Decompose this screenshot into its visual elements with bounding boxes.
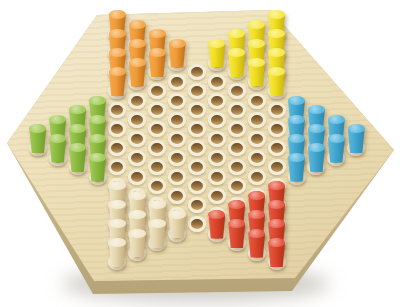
board-hole[interactable] xyxy=(228,159,246,175)
board-hole[interactable] xyxy=(148,102,166,118)
board-hole[interactable] xyxy=(148,178,166,194)
board-hole[interactable] xyxy=(148,121,166,137)
peg-top-face xyxy=(129,20,146,29)
peg-red[interactable] xyxy=(248,229,265,258)
peg-top-face xyxy=(149,48,166,57)
peg-natural[interactable] xyxy=(169,210,186,239)
peg-top-face xyxy=(109,181,126,190)
board-hole[interactable] xyxy=(248,131,266,147)
board-hole[interactable] xyxy=(128,93,146,109)
peg-top-face xyxy=(69,124,86,133)
peg-top-face xyxy=(248,229,265,238)
peg-yellow[interactable] xyxy=(268,67,285,96)
board-hole[interactable] xyxy=(108,140,126,156)
board-hole[interactable] xyxy=(248,112,266,128)
peg-blue[interactable] xyxy=(308,143,325,172)
peg-orange[interactable] xyxy=(109,67,126,96)
board-hole[interactable] xyxy=(208,74,226,90)
board-hole[interactable] xyxy=(108,102,126,118)
peg-top-face xyxy=(328,134,345,143)
peg-top-face xyxy=(89,153,106,162)
board-hole[interactable] xyxy=(228,121,246,137)
peg-top-face xyxy=(169,210,186,219)
board-hole[interactable] xyxy=(168,188,186,204)
peg-red[interactable] xyxy=(208,210,225,239)
peg-green[interactable] xyxy=(69,143,86,172)
board-hole[interactable] xyxy=(188,197,206,213)
peg-top-face xyxy=(69,143,86,152)
board-hole[interactable] xyxy=(268,121,286,137)
peg-top-face xyxy=(129,210,146,219)
board-hole[interactable] xyxy=(268,159,286,175)
board-hole[interactable] xyxy=(148,159,166,175)
peg-top-face xyxy=(109,67,126,76)
peg-top-face xyxy=(129,58,146,67)
peg-top-face xyxy=(149,219,166,228)
board-hole[interactable] xyxy=(268,140,286,156)
board-hole[interactable] xyxy=(208,131,226,147)
peg-top-face xyxy=(169,39,186,48)
peg-top-face xyxy=(268,181,285,190)
board-hole[interactable] xyxy=(228,178,246,194)
peg-top-face xyxy=(288,153,305,162)
board-hole[interactable] xyxy=(168,131,186,147)
board-hole[interactable] xyxy=(168,74,186,90)
board-hole[interactable] xyxy=(108,159,126,175)
peg-top-face xyxy=(49,115,66,124)
peg-natural[interactable] xyxy=(109,238,126,267)
peg-top-face xyxy=(89,96,106,105)
peg-top-face xyxy=(129,229,146,238)
peg-top-face xyxy=(109,200,126,209)
peg-top-face xyxy=(288,115,305,124)
board-hole[interactable] xyxy=(208,150,226,166)
peg-top-face xyxy=(109,29,126,38)
peg-green[interactable] xyxy=(49,134,66,163)
board-hole[interactable] xyxy=(188,83,206,99)
peg-natural[interactable] xyxy=(129,229,146,258)
peg-top-face xyxy=(129,39,146,48)
peg-top-face xyxy=(288,134,305,143)
board-hole[interactable] xyxy=(188,102,206,118)
peg-top-face xyxy=(248,39,265,48)
peg-top-face xyxy=(288,96,305,105)
peg-green[interactable] xyxy=(89,153,106,182)
board-cells xyxy=(0,0,400,307)
peg-red[interactable] xyxy=(268,238,285,267)
peg-green[interactable] xyxy=(29,124,46,153)
peg-top-face xyxy=(208,39,225,48)
peg-top-face xyxy=(89,134,106,143)
board-hole[interactable] xyxy=(208,169,226,185)
peg-top-face xyxy=(149,29,166,38)
peg-top-face xyxy=(89,115,106,124)
peg-top-face xyxy=(208,210,225,219)
peg-top-face xyxy=(49,134,66,143)
peg-top-face xyxy=(129,191,146,200)
board-hole[interactable] xyxy=(228,140,246,156)
board-hole[interactable] xyxy=(128,112,146,128)
peg-top-face xyxy=(268,10,285,19)
peg-top-face xyxy=(268,238,285,247)
peg-top-face xyxy=(69,105,86,114)
board-hole[interactable] xyxy=(168,150,186,166)
peg-top-face xyxy=(109,238,126,247)
board-hole[interactable] xyxy=(168,112,186,128)
board-hole[interactable] xyxy=(128,131,146,147)
peg-top-face xyxy=(268,67,285,76)
board-hole[interactable] xyxy=(228,83,246,99)
peg-blue[interactable] xyxy=(328,134,345,163)
board-hole[interactable] xyxy=(188,64,206,80)
peg-top-face xyxy=(268,29,285,38)
board-hole[interactable] xyxy=(188,121,206,137)
peg-orange[interactable] xyxy=(129,58,146,87)
peg-yellow[interactable] xyxy=(208,39,225,68)
peg-natural[interactable] xyxy=(149,219,166,248)
board-hole[interactable] xyxy=(248,150,266,166)
peg-top-face xyxy=(268,48,285,57)
peg-top-face xyxy=(248,210,265,219)
peg-top-face xyxy=(348,124,365,133)
peg-top-face xyxy=(248,58,265,67)
peg-yellow[interactable] xyxy=(248,58,265,87)
board-hole[interactable] xyxy=(188,159,206,175)
peg-top-face xyxy=(248,20,265,29)
peg-red[interactable] xyxy=(228,219,245,248)
board-hole[interactable] xyxy=(208,188,226,204)
board-hole[interactable] xyxy=(248,93,266,109)
board-hole[interactable] xyxy=(168,93,186,109)
board-hole[interactable] xyxy=(128,150,146,166)
board-hole[interactable] xyxy=(248,169,266,185)
board-hole[interactable] xyxy=(148,140,166,156)
peg-orange[interactable] xyxy=(149,48,166,77)
peg-top-face xyxy=(248,191,265,200)
board-hole[interactable] xyxy=(188,140,206,156)
board-hole[interactable] xyxy=(208,112,226,128)
peg-top-face xyxy=(308,105,325,114)
board-hole[interactable] xyxy=(168,169,186,185)
peg-blue[interactable] xyxy=(288,153,305,182)
board-hole[interactable] xyxy=(228,102,246,118)
board-hole[interactable] xyxy=(188,216,206,232)
peg-top-face xyxy=(268,219,285,228)
peg-yellow[interactable] xyxy=(228,48,245,77)
board-hole[interactable] xyxy=(148,83,166,99)
chinese-checkers-board xyxy=(0,0,400,307)
peg-orange[interactable] xyxy=(169,39,186,68)
peg-top-face xyxy=(109,10,126,19)
board-hole[interactable] xyxy=(188,178,206,194)
peg-top-face xyxy=(268,200,285,209)
peg-top-face xyxy=(149,200,166,209)
board-hole[interactable] xyxy=(268,102,286,118)
peg-top-face xyxy=(109,48,126,57)
board-hole[interactable] xyxy=(108,121,126,137)
peg-blue[interactable] xyxy=(348,124,365,153)
peg-top-face xyxy=(328,115,345,124)
peg-top-face xyxy=(308,143,325,152)
board-hole[interactable] xyxy=(128,169,146,185)
board-hole[interactable] xyxy=(208,93,226,109)
peg-top-face xyxy=(109,219,126,228)
peg-top-face xyxy=(308,124,325,133)
